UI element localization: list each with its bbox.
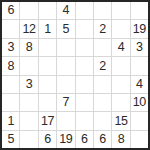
cell-r3c4[interactable]	[57, 39, 74, 56]
cell-r4c1: 8	[2, 57, 19, 74]
cell-r2c5[interactable]	[76, 20, 93, 37]
cell-r4c2[interactable]	[20, 57, 37, 74]
cell-r3c1: 3	[2, 39, 19, 56]
cell-r5c1[interactable]	[2, 76, 19, 93]
given-number: 1	[44, 23, 51, 36]
cell-r1c2[interactable]	[20, 2, 37, 19]
given-number: 4	[136, 78, 143, 91]
cell-r3c5[interactable]	[76, 39, 93, 56]
given-number: 2	[99, 60, 106, 73]
cell-r8c8[interactable]	[131, 131, 148, 148]
given-number: 12	[23, 23, 36, 36]
given-number: 3	[7, 41, 14, 54]
cell-r5c7[interactable]	[112, 76, 129, 93]
given-number: 6	[99, 133, 106, 146]
given-number: 7	[63, 96, 70, 109]
cell-r5c6[interactable]	[94, 76, 111, 93]
cell-r1c6[interactable]	[94, 2, 111, 19]
cell-r8c5: 6	[76, 131, 93, 148]
given-number: 3	[136, 41, 143, 54]
cell-r6c2[interactable]	[20, 94, 37, 111]
given-number: 15	[114, 115, 127, 128]
cell-r8c4: 19	[57, 131, 74, 148]
cell-r3c7: 4	[112, 39, 129, 56]
cell-r8c7: 8	[112, 131, 129, 148]
given-number: 4	[63, 4, 70, 17]
cell-r4c4[interactable]	[57, 57, 74, 74]
cell-r1c4: 4	[57, 2, 74, 19]
cell-r1c8[interactable]	[131, 2, 148, 19]
puzzle-board: 64121521938438234710117155619668	[0, 0, 150, 150]
cell-r7c6[interactable]	[94, 112, 111, 129]
given-number: 17	[41, 115, 54, 128]
cell-r1c5[interactable]	[76, 2, 93, 19]
cell-r1c1: 6	[2, 2, 19, 19]
cell-r2c3: 1	[39, 20, 56, 37]
cell-r4c3[interactable]	[39, 57, 56, 74]
cell-r7c5[interactable]	[76, 112, 93, 129]
given-number: 19	[59, 133, 72, 146]
cell-r3c2: 8	[20, 39, 37, 56]
cell-r5c8: 4	[131, 76, 148, 93]
cell-r2c6: 2	[94, 20, 111, 37]
cell-r5c3[interactable]	[39, 76, 56, 93]
cell-r2c2: 12	[20, 20, 37, 37]
cell-r3c6[interactable]	[94, 39, 111, 56]
cell-r1c3[interactable]	[39, 2, 56, 19]
given-number: 8	[26, 41, 33, 54]
cell-r2c1[interactable]	[2, 20, 19, 37]
given-number: 4	[118, 41, 125, 54]
cell-r6c7[interactable]	[112, 94, 129, 111]
cell-r6c3[interactable]	[39, 94, 56, 111]
cell-r7c7: 15	[112, 112, 129, 129]
cell-r6c8: 10	[131, 94, 148, 111]
given-number: 10	[133, 96, 146, 109]
cell-r5c2: 3	[20, 76, 37, 93]
given-number: 5	[7, 133, 14, 146]
given-number: 6	[44, 133, 51, 146]
given-number: 6	[81, 133, 88, 146]
cell-r4c7[interactable]	[112, 57, 129, 74]
given-number: 2	[99, 23, 106, 36]
given-number: 3	[26, 78, 33, 91]
cell-r6c6[interactable]	[94, 94, 111, 111]
cell-r5c5[interactable]	[76, 76, 93, 93]
cell-r8c2[interactable]	[20, 131, 37, 148]
cell-r7c4[interactable]	[57, 112, 74, 129]
given-number: 8	[7, 60, 14, 73]
cell-r6c4: 7	[57, 94, 74, 111]
cell-r8c6: 6	[94, 131, 111, 148]
cell-r7c8[interactable]	[131, 112, 148, 129]
given-number: 19	[133, 23, 146, 36]
cell-r8c1: 5	[2, 131, 19, 148]
cell-r4c5[interactable]	[76, 57, 93, 74]
cell-r1c7[interactable]	[112, 2, 129, 19]
given-number: 1	[7, 115, 14, 128]
given-number: 8	[118, 133, 125, 146]
cell-r5c4[interactable]	[57, 76, 74, 93]
cell-r2c7[interactable]	[112, 20, 129, 37]
cell-r8c3: 6	[39, 131, 56, 148]
cell-r2c8: 19	[131, 20, 148, 37]
cell-r4c6: 2	[94, 57, 111, 74]
cell-r6c5[interactable]	[76, 94, 93, 111]
cell-r3c3[interactable]	[39, 39, 56, 56]
cell-r7c1: 1	[2, 112, 19, 129]
cell-r3c8: 3	[131, 39, 148, 56]
cell-r7c2[interactable]	[20, 112, 37, 129]
given-number: 5	[63, 23, 70, 36]
cell-r6c1[interactable]	[2, 94, 19, 111]
cell-r2c4: 5	[57, 20, 74, 37]
given-number: 6	[7, 4, 14, 17]
cell-r7c3: 17	[39, 112, 56, 129]
cell-r4c8[interactable]	[131, 57, 148, 74]
